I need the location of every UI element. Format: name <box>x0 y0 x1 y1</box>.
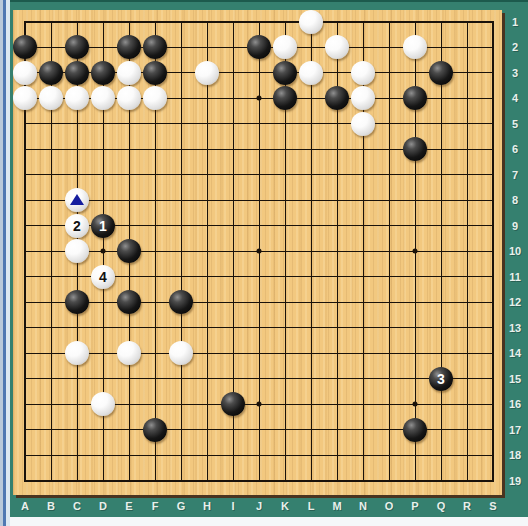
stone-F17-black[interactable] <box>143 418 167 442</box>
column-label-P: P <box>411 500 418 512</box>
column-label-B: B <box>47 500 55 512</box>
row-label-17: 17 <box>509 424 521 436</box>
column-label-G: G <box>177 500 186 512</box>
stone-B4-white[interactable] <box>39 86 63 110</box>
stone-M2-white[interactable] <box>325 35 349 59</box>
stone-G14-white[interactable] <box>169 341 193 365</box>
go-app-window: 2143 ABCDEFGHIJKLMNOPQRS1234567891011121… <box>0 0 528 526</box>
grid-line-horizontal <box>25 302 493 303</box>
stone-E4-white[interactable] <box>117 86 141 110</box>
column-label-O: O <box>385 500 394 512</box>
star-point <box>257 96 262 101</box>
move-number-label: 4 <box>99 269 107 283</box>
row-label-3: 3 <box>512 67 518 79</box>
stone-E10-black[interactable] <box>117 239 141 263</box>
stone-P6-black[interactable] <box>403 137 427 161</box>
row-label-7: 7 <box>512 169 518 181</box>
row-label-8: 8 <box>512 194 518 206</box>
column-label-L: L <box>308 500 315 512</box>
column-label-S: S <box>489 500 496 512</box>
stone-N5-white[interactable] <box>351 112 375 136</box>
move-number-label: 3 <box>437 371 445 385</box>
stone-M4-black[interactable] <box>325 86 349 110</box>
stone-K4-black[interactable] <box>273 86 297 110</box>
stone-C9-white[interactable]: 2 <box>65 214 89 238</box>
stone-Q15-black[interactable]: 3 <box>429 367 453 391</box>
stone-C2-black[interactable] <box>65 35 89 59</box>
row-label-2: 2 <box>512 41 518 53</box>
column-label-Q: Q <box>437 500 446 512</box>
column-label-N: N <box>359 500 367 512</box>
status-area <box>10 517 528 526</box>
stone-P2-white[interactable] <box>403 35 427 59</box>
row-label-5: 5 <box>512 118 518 130</box>
stone-A4-white[interactable] <box>13 86 37 110</box>
window-edge-strip <box>0 0 10 526</box>
stone-F2-black[interactable] <box>143 35 167 59</box>
grid-line-horizontal <box>25 480 493 481</box>
column-label-E: E <box>125 500 132 512</box>
stone-E14-white[interactable] <box>117 341 141 365</box>
stone-G12-black[interactable] <box>169 290 193 314</box>
triangle-marker-icon <box>70 194 84 205</box>
row-label-1: 1 <box>512 16 518 28</box>
go-board[interactable]: 2143 <box>13 10 502 495</box>
stone-A3-white[interactable] <box>13 61 37 85</box>
stone-E2-black[interactable] <box>117 35 141 59</box>
stone-F4-white[interactable] <box>143 86 167 110</box>
stone-E3-white[interactable] <box>117 61 141 85</box>
stone-D3-black[interactable] <box>91 61 115 85</box>
column-label-J: J <box>256 500 262 512</box>
stone-D9-black[interactable]: 1 <box>91 214 115 238</box>
stone-C10-white[interactable] <box>65 239 89 263</box>
row-label-16: 16 <box>509 398 521 410</box>
grid-line-vertical <box>441 22 442 481</box>
star-point <box>257 249 262 254</box>
row-label-18: 18 <box>509 449 521 461</box>
row-label-11: 11 <box>509 271 521 283</box>
grid-line-horizontal <box>25 353 493 354</box>
stone-J2-black[interactable] <box>247 35 271 59</box>
column-label-M: M <box>332 500 341 512</box>
stone-I16-black[interactable] <box>221 392 245 416</box>
row-label-19: 19 <box>509 475 521 487</box>
stone-C4-white[interactable] <box>65 86 89 110</box>
column-label-F: F <box>152 500 159 512</box>
stone-B3-black[interactable] <box>39 61 63 85</box>
row-label-10: 10 <box>509 245 521 257</box>
stone-D4-white[interactable] <box>91 86 115 110</box>
stone-E12-black[interactable] <box>117 290 141 314</box>
stone-P17-black[interactable] <box>403 418 427 442</box>
stone-D11-white[interactable]: 4 <box>91 265 115 289</box>
column-label-K: K <box>281 500 289 512</box>
stone-P4-black[interactable] <box>403 86 427 110</box>
column-label-H: H <box>203 500 211 512</box>
column-label-C: C <box>73 500 81 512</box>
row-label-15: 15 <box>509 373 521 385</box>
row-label-6: 6 <box>512 143 518 155</box>
stone-Q3-black[interactable] <box>429 61 453 85</box>
grid-line-vertical <box>467 22 468 481</box>
stone-L1-white[interactable] <box>299 10 323 34</box>
stone-C8-white[interactable] <box>65 188 89 212</box>
row-label-9: 9 <box>512 220 518 232</box>
stone-K3-black[interactable] <box>273 61 297 85</box>
grid-line-vertical <box>311 22 312 481</box>
row-label-14: 14 <box>509 347 521 359</box>
column-label-I: I <box>231 500 234 512</box>
stone-F3-black[interactable] <box>143 61 167 85</box>
grid-line-horizontal <box>25 378 493 379</box>
row-label-4: 4 <box>512 92 518 104</box>
stone-C3-black[interactable] <box>65 61 89 85</box>
stone-N4-white[interactable] <box>351 86 375 110</box>
star-point <box>101 249 106 254</box>
stone-A2-black[interactable] <box>13 35 37 59</box>
column-label-R: R <box>463 500 471 512</box>
stone-C14-white[interactable] <box>65 341 89 365</box>
grid-line-horizontal <box>25 327 493 328</box>
stone-L3-white[interactable] <box>299 61 323 85</box>
stone-K2-white[interactable] <box>273 35 297 59</box>
move-number-label: 2 <box>73 218 81 232</box>
grid-line-horizontal <box>25 455 493 456</box>
star-point <box>413 402 418 407</box>
row-label-12: 12 <box>509 296 521 308</box>
row-label-13: 13 <box>509 322 521 334</box>
stone-C12-black[interactable] <box>65 290 89 314</box>
grid-line-vertical <box>493 22 494 481</box>
column-label-A: A <box>21 500 29 512</box>
stone-N3-white[interactable] <box>351 61 375 85</box>
star-point <box>257 402 262 407</box>
stone-D16-white[interactable] <box>91 392 115 416</box>
star-point <box>413 249 418 254</box>
column-label-D: D <box>99 500 107 512</box>
grid-line-vertical <box>389 22 390 481</box>
stone-H3-white[interactable] <box>195 61 219 85</box>
move-number-label: 1 <box>99 218 107 232</box>
